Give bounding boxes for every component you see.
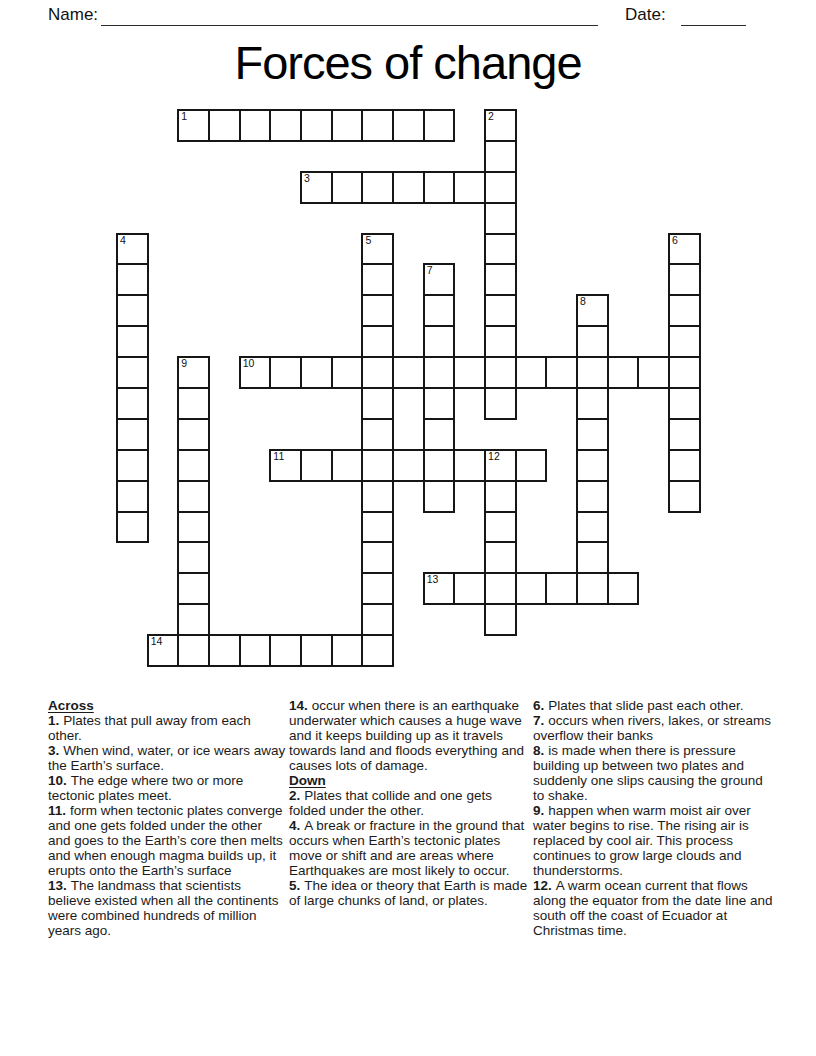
grid-cell[interactable]: 11 bbox=[269, 449, 302, 482]
cell-number: 11 bbox=[273, 451, 284, 462]
date-label: Date: bbox=[625, 5, 666, 25]
grid-cell[interactable]: 9 bbox=[177, 356, 210, 389]
grid-cell[interactable]: 3 bbox=[300, 171, 333, 204]
grid-cell[interactable] bbox=[515, 356, 548, 389]
clue-number-label: 8. bbox=[533, 743, 544, 758]
grid-cell[interactable] bbox=[576, 449, 609, 482]
grid-cell[interactable] bbox=[116, 449, 149, 482]
grid-cell[interactable] bbox=[361, 418, 394, 451]
grid-cell[interactable] bbox=[392, 449, 425, 482]
clue-number-label: 2. bbox=[289, 788, 300, 803]
clue-number-label: 10. bbox=[48, 773, 67, 788]
clue-down-4: 4.A break or fracture in the ground that… bbox=[289, 818, 532, 878]
grid-cell[interactable] bbox=[392, 109, 425, 142]
grid-cell[interactable] bbox=[300, 356, 333, 389]
clue-down-6: 6.Plates that slide past each other. bbox=[533, 698, 773, 713]
grid-cell[interactable] bbox=[331, 449, 364, 482]
clue-down-9: 9.happen when warm moist air over water … bbox=[533, 803, 773, 878]
grid-cell[interactable] bbox=[269, 634, 302, 667]
grid-cell[interactable] bbox=[576, 325, 609, 358]
grid-cell[interactable] bbox=[453, 356, 486, 389]
grid-cell[interactable] bbox=[116, 356, 149, 389]
clue-across-1: 1.Plates that pull away from each other. bbox=[48, 713, 286, 743]
grid-cell[interactable] bbox=[484, 171, 517, 204]
cell-number: 5 bbox=[365, 235, 371, 246]
grid-cell[interactable] bbox=[484, 480, 517, 513]
grid-cell[interactable] bbox=[361, 263, 394, 296]
grid-cell[interactable] bbox=[116, 480, 149, 513]
grid-cell[interactable] bbox=[576, 387, 609, 420]
grid-cell[interactable]: 6 bbox=[668, 233, 701, 266]
grid-cell[interactable] bbox=[177, 603, 210, 636]
grid-cell[interactable] bbox=[484, 541, 517, 574]
clue-text: The landmass that scientists believe exi… bbox=[48, 878, 278, 938]
grid-cell[interactable]: 1 bbox=[177, 109, 210, 142]
clue-number-label: 6. bbox=[533, 698, 544, 713]
grid-cell[interactable] bbox=[668, 449, 701, 482]
clue-number-label: 7. bbox=[533, 713, 544, 728]
grid-cell[interactable] bbox=[361, 603, 394, 636]
cell-number: 2 bbox=[488, 111, 494, 122]
grid-cell[interactable] bbox=[484, 325, 517, 358]
clue-across-3: 3.When wind, water, or ice wears away th… bbox=[48, 743, 286, 773]
clue-text: Plates that pull away from each other. bbox=[48, 713, 251, 743]
grid-cell[interactable] bbox=[423, 387, 456, 420]
grid-cell[interactable]: 4 bbox=[116, 233, 149, 266]
cell-number: 3 bbox=[304, 173, 310, 184]
grid-cell[interactable] bbox=[423, 449, 456, 482]
grid-cell[interactable] bbox=[668, 418, 701, 451]
clue-down-5: 5.The idea or theory that Earth is made … bbox=[289, 878, 532, 908]
grid-cell[interactable] bbox=[576, 418, 609, 451]
clue-text: A break or fracture in the ground that o… bbox=[289, 818, 524, 878]
grid-cell[interactable]: 10 bbox=[239, 356, 272, 389]
grid-cell[interactable] bbox=[484, 603, 517, 636]
grid-cell[interactable] bbox=[637, 356, 670, 389]
clue-number-label: 13. bbox=[48, 878, 67, 893]
grid-cell[interactable] bbox=[484, 572, 517, 605]
cell-number: 7 bbox=[427, 265, 433, 276]
grid-cell[interactable] bbox=[668, 325, 701, 358]
across-header: Across bbox=[48, 698, 286, 713]
grid-cell[interactable] bbox=[177, 449, 210, 482]
clue-text: Plates that slide past each other. bbox=[548, 698, 743, 713]
clue-number-label: 9. bbox=[533, 803, 544, 818]
grid-cell[interactable] bbox=[484, 233, 517, 266]
clue-text: occurs when rivers, lakes, or streams ov… bbox=[533, 713, 771, 743]
grid-cell[interactable] bbox=[668, 263, 701, 296]
clue-across-14: 14.occur when there is an earthquake und… bbox=[289, 698, 532, 773]
grid-cell[interactable] bbox=[177, 541, 210, 574]
grid-cell[interactable] bbox=[484, 294, 517, 327]
cell-number: 10 bbox=[243, 358, 255, 369]
grid-cell[interactable] bbox=[576, 356, 609, 389]
cell-number: 8 bbox=[580, 296, 586, 307]
grid-cell[interactable] bbox=[607, 572, 640, 605]
name-blank-line[interactable] bbox=[101, 4, 598, 26]
grid-cell[interactable] bbox=[392, 171, 425, 204]
grid-cell[interactable] bbox=[576, 572, 609, 605]
clue-number-label: 11. bbox=[48, 803, 66, 818]
clues-column-left: Across 1.Plates that pull away from each… bbox=[48, 698, 286, 938]
grid-cell[interactable] bbox=[668, 387, 701, 420]
clue-number-label: 3. bbox=[48, 743, 59, 758]
grid-cell[interactable] bbox=[453, 572, 486, 605]
grid-cell[interactable] bbox=[177, 511, 210, 544]
grid-cell[interactable] bbox=[361, 634, 394, 667]
clue-number-label: 12. bbox=[533, 878, 552, 893]
grid-cell[interactable] bbox=[208, 634, 241, 667]
grid-cell[interactable] bbox=[423, 325, 456, 358]
clue-down-12: 12.A warm ocean current that flows along… bbox=[533, 878, 773, 938]
grid-cell[interactable] bbox=[116, 294, 149, 327]
grid-cell[interactable]: 14 bbox=[147, 634, 180, 667]
crossword-grid: 1234567891011121314 bbox=[117, 110, 700, 666]
grid-cell[interactable] bbox=[116, 325, 149, 358]
grid-cell[interactable]: 8 bbox=[576, 294, 609, 327]
grid-cell[interactable] bbox=[484, 202, 517, 235]
grid-cell[interactable]: 5 bbox=[361, 233, 394, 266]
clue-number-label: 4. bbox=[289, 818, 300, 833]
grid-cell[interactable] bbox=[545, 356, 578, 389]
grid-cell[interactable] bbox=[116, 511, 149, 544]
clue-down-7: 7.occurs when rivers, lakes, or streams … bbox=[533, 713, 773, 743]
grid-cell[interactable] bbox=[361, 325, 394, 358]
grid-cell[interactable] bbox=[423, 294, 456, 327]
clue-across-10: 10.The edge where two or more tectonic p… bbox=[48, 773, 286, 803]
clue-across-13: 13.The landmass that scientists believe … bbox=[48, 878, 286, 938]
grid-cell[interactable] bbox=[177, 634, 210, 667]
clue-text: occur when there is an earthquake underw… bbox=[289, 698, 524, 773]
grid-cell[interactable] bbox=[515, 572, 548, 605]
down-header: Down bbox=[289, 773, 532, 788]
clue-text: form when tectonic plates converge and o… bbox=[48, 803, 283, 878]
grid-cell[interactable] bbox=[177, 418, 210, 451]
grid-cell[interactable] bbox=[515, 449, 548, 482]
grid-cell[interactable] bbox=[116, 418, 149, 451]
grid-cell[interactable] bbox=[331, 356, 364, 389]
grid-cell[interactable] bbox=[300, 634, 333, 667]
grid-cell[interactable] bbox=[668, 356, 701, 389]
grid-cell[interactable] bbox=[484, 511, 517, 544]
cell-number: 13 bbox=[427, 574, 439, 585]
clue-text: A warm ocean current that flows along th… bbox=[533, 878, 772, 938]
cell-number: 9 bbox=[181, 358, 187, 369]
grid-cell[interactable] bbox=[484, 387, 517, 420]
grid-cell[interactable] bbox=[300, 109, 333, 142]
clues-column-right: 6.Plates that slide past each other. 7.o… bbox=[533, 698, 773, 938]
grid-cell[interactable] bbox=[484, 263, 517, 296]
grid-cell[interactable] bbox=[668, 294, 701, 327]
clues-column-middle: 14.occur when there is an earthquake und… bbox=[289, 698, 532, 908]
grid-cell[interactable] bbox=[576, 511, 609, 544]
grid-cell[interactable] bbox=[331, 109, 364, 142]
grid-cell[interactable] bbox=[116, 263, 149, 296]
grid-cell[interactable] bbox=[392, 356, 425, 389]
grid-cell[interactable] bbox=[361, 449, 394, 482]
grid-cell[interactable] bbox=[361, 572, 394, 605]
grid-cell[interactable]: 2 bbox=[484, 109, 517, 142]
grid-cell[interactable] bbox=[116, 387, 149, 420]
clue-text: The idea or theory that Earth is made of… bbox=[289, 878, 527, 908]
clue-down-8: 8.is made when there is pressure buildin… bbox=[533, 743, 773, 803]
cell-number: 14 bbox=[151, 636, 163, 647]
grid-cell[interactable] bbox=[423, 480, 456, 513]
grid-cell[interactable] bbox=[208, 109, 241, 142]
name-label: Name: bbox=[48, 5, 98, 25]
grid-cell[interactable] bbox=[239, 109, 272, 142]
grid-cell[interactable]: 13 bbox=[423, 572, 456, 605]
cell-number: 4 bbox=[120, 235, 126, 246]
grid-cell[interactable] bbox=[453, 171, 486, 204]
grid-cell[interactable] bbox=[484, 140, 517, 173]
clue-text: happen when warm moist air over water be… bbox=[533, 803, 751, 878]
grid-cell[interactable] bbox=[269, 109, 302, 142]
cell-number: 6 bbox=[672, 235, 678, 246]
clue-down-2: 2.Plates that collide and one gets folde… bbox=[289, 788, 532, 818]
grid-cell[interactable] bbox=[177, 387, 210, 420]
puzzle-title: Forces of change bbox=[0, 36, 816, 90]
clue-number-label: 1. bbox=[48, 713, 59, 728]
grid-cell[interactable]: 7 bbox=[423, 263, 456, 296]
grid-cell[interactable] bbox=[361, 387, 394, 420]
grid-cell[interactable]: 12 bbox=[484, 449, 517, 482]
grid-cell[interactable] bbox=[361, 541, 394, 574]
clue-text: is made when there is pressure building … bbox=[533, 743, 763, 803]
grid-cell[interactable] bbox=[300, 449, 333, 482]
grid-cell[interactable] bbox=[177, 572, 210, 605]
grid-cell[interactable] bbox=[331, 171, 364, 204]
grid-cell[interactable] bbox=[361, 511, 394, 544]
grid-cell[interactable] bbox=[361, 109, 394, 142]
grid-cell[interactable] bbox=[423, 418, 456, 451]
grid-cell[interactable] bbox=[576, 480, 609, 513]
clue-number-label: 5. bbox=[289, 878, 300, 893]
grid-cell[interactable] bbox=[177, 480, 210, 513]
clue-across-11: 11.form when tectonic plates converge an… bbox=[48, 803, 286, 878]
clue-text: Plates that collide and one gets folded … bbox=[289, 788, 492, 818]
grid-cell[interactable] bbox=[239, 634, 272, 667]
grid-cell[interactable] bbox=[423, 171, 456, 204]
grid-cell[interactable] bbox=[607, 356, 640, 389]
grid-cell[interactable] bbox=[361, 356, 394, 389]
grid-cell[interactable] bbox=[361, 294, 394, 327]
clue-text: When wind, water, or ice wears away the … bbox=[48, 743, 285, 773]
date-blank-line[interactable] bbox=[681, 4, 746, 26]
cell-number: 12 bbox=[488, 451, 500, 462]
clue-text: The edge where two or more tectonic plat… bbox=[48, 773, 243, 803]
grid-cell[interactable] bbox=[668, 480, 701, 513]
grid-cell[interactable] bbox=[453, 449, 486, 482]
grid-cell[interactable] bbox=[423, 109, 456, 142]
grid-cell[interactable] bbox=[269, 356, 302, 389]
clue-number-label: 14. bbox=[289, 698, 308, 713]
grid-cell[interactable] bbox=[361, 171, 394, 204]
grid-cell[interactable] bbox=[484, 356, 517, 389]
grid-cell[interactable] bbox=[423, 356, 456, 389]
grid-cell[interactable] bbox=[361, 480, 394, 513]
grid-cell[interactable] bbox=[576, 541, 609, 574]
grid-cell[interactable] bbox=[331, 634, 364, 667]
grid-cell[interactable] bbox=[545, 572, 578, 605]
cell-number: 1 bbox=[181, 111, 187, 122]
